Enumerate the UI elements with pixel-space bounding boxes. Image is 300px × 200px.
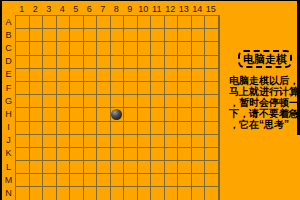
- board-cell[interactable]: [151, 174, 165, 187]
- board-cell[interactable]: [138, 16, 152, 29]
- board-cell[interactable]: [138, 29, 152, 42]
- board-cell[interactable]: [165, 95, 179, 108]
- board-cell[interactable]: [30, 95, 44, 108]
- board-cell[interactable]: [165, 161, 179, 174]
- board-cell[interactable]: [165, 56, 179, 69]
- row-label: C: [2, 41, 15, 54]
- board-cell[interactable]: [138, 56, 152, 69]
- board-cell[interactable]: [43, 95, 57, 108]
- col-label: 15: [204, 2, 218, 15]
- board-cell[interactable]: [43, 16, 57, 29]
- board-cell[interactable]: [30, 82, 44, 95]
- board-cell[interactable]: [138, 95, 152, 108]
- board-cell[interactable]: [70, 95, 84, 108]
- board-cell[interactable]: [57, 42, 71, 55]
- board-cell[interactable]: [151, 148, 165, 161]
- board-cell[interactable]: [57, 69, 71, 82]
- status-line: 电脑走棋以后，: [229, 75, 300, 86]
- board-cell[interactable]: [97, 82, 111, 95]
- board-cell[interactable]: [70, 108, 84, 121]
- board-cell[interactable]: [124, 161, 138, 174]
- gomoku-board[interactable]: [15, 15, 220, 200]
- board-cell[interactable]: [151, 187, 165, 200]
- board-cell[interactable]: [111, 135, 125, 148]
- board-cell[interactable]: [30, 56, 44, 69]
- board-cell[interactable]: [151, 82, 165, 95]
- board-cell[interactable]: [138, 187, 152, 200]
- board-cell[interactable]: [178, 187, 192, 200]
- board-cell[interactable]: [138, 69, 152, 82]
- board-cell[interactable]: [57, 148, 71, 161]
- board-cell[interactable]: [151, 42, 165, 55]
- board-cell[interactable]: [111, 174, 125, 187]
- board-cell[interactable]: [192, 29, 206, 42]
- board-cell[interactable]: [124, 42, 138, 55]
- board-cell[interactable]: [192, 95, 206, 108]
- board-cell[interactable]: [151, 122, 165, 135]
- col-label: 3: [42, 2, 56, 15]
- board-cell[interactable]: [16, 135, 30, 148]
- board-cell[interactable]: [43, 108, 57, 121]
- row-label: B: [2, 28, 15, 41]
- board-cell[interactable]: [192, 108, 206, 121]
- board-cell[interactable]: [70, 161, 84, 174]
- board-cell[interactable]: [30, 174, 44, 187]
- board-cell[interactable]: [165, 108, 179, 121]
- board-cell[interactable]: [124, 174, 138, 187]
- board-cell[interactable]: [178, 16, 192, 29]
- board-cell[interactable]: [70, 82, 84, 95]
- board-cell[interactable]: [111, 16, 125, 29]
- board-cell[interactable]: [138, 161, 152, 174]
- board-cell[interactable]: [84, 56, 98, 69]
- board-cell[interactable]: [97, 108, 111, 121]
- board-cell[interactable]: [16, 82, 30, 95]
- board-cell[interactable]: [178, 42, 192, 55]
- board-cell[interactable]: [205, 56, 219, 69]
- window-border: [297, 1, 300, 135]
- board-cell[interactable]: [178, 95, 192, 108]
- board-cell[interactable]: [178, 29, 192, 42]
- board-cell[interactable]: [192, 148, 206, 161]
- board-cell[interactable]: [165, 42, 179, 55]
- col-label: 14: [191, 2, 205, 15]
- board-cell[interactable]: [151, 135, 165, 148]
- board-cell[interactable]: [16, 29, 30, 42]
- board-cell[interactable]: [97, 135, 111, 148]
- board-cell[interactable]: [16, 174, 30, 187]
- board-cell[interactable]: [84, 122, 98, 135]
- board-cell[interactable]: [30, 16, 44, 29]
- board-cell[interactable]: [111, 122, 125, 135]
- board-cell[interactable]: [84, 82, 98, 95]
- board-cell[interactable]: [57, 122, 71, 135]
- row-label: L: [2, 160, 15, 173]
- board-cell[interactable]: [111, 148, 125, 161]
- board-cell[interactable]: [43, 42, 57, 55]
- col-label: 7: [96, 2, 110, 15]
- board-cell[interactable]: [165, 69, 179, 82]
- computer-move-button[interactable]: 电脑走棋: [238, 50, 292, 68]
- board-cell[interactable]: [192, 69, 206, 82]
- board-cell[interactable]: [16, 187, 30, 200]
- board-cell[interactable]: [124, 135, 138, 148]
- board-cell[interactable]: [97, 161, 111, 174]
- board-cell[interactable]: [43, 56, 57, 69]
- board-cell[interactable]: [57, 187, 71, 200]
- board-cell[interactable]: [57, 82, 71, 95]
- board-cell[interactable]: [70, 174, 84, 187]
- board-cell[interactable]: [97, 56, 111, 69]
- board-cell[interactable]: [84, 16, 98, 29]
- board-cell[interactable]: [192, 187, 206, 200]
- board-cell[interactable]: [84, 174, 98, 187]
- board-cell[interactable]: [16, 16, 30, 29]
- board-cell[interactable]: [70, 16, 84, 29]
- board-cell[interactable]: [138, 174, 152, 187]
- status-line: 下，请不要着急: [229, 108, 300, 119]
- row-label: E: [2, 68, 15, 81]
- board-cell[interactable]: [165, 135, 179, 148]
- board-cell[interactable]: [16, 161, 30, 174]
- board-cell[interactable]: [97, 148, 111, 161]
- row-label: I: [2, 121, 15, 134]
- board-cell[interactable]: [151, 161, 165, 174]
- board-cell[interactable]: [205, 135, 219, 148]
- board-cell[interactable]: [192, 174, 206, 187]
- col-label: 8: [110, 2, 124, 15]
- board-cell[interactable]: [178, 108, 192, 121]
- board-cell[interactable]: [151, 108, 165, 121]
- col-label: 6: [83, 2, 97, 15]
- board-cell[interactable]: [43, 122, 57, 135]
- board-cell[interactable]: [124, 95, 138, 108]
- board-cell[interactable]: [84, 95, 98, 108]
- board-cell[interactable]: [30, 69, 44, 82]
- board-cell[interactable]: [57, 174, 71, 187]
- board-cell[interactable]: [205, 69, 219, 82]
- board-cell[interactable]: [97, 174, 111, 187]
- board-cell[interactable]: [138, 148, 152, 161]
- board-cell[interactable]: [192, 161, 206, 174]
- board-cell[interactable]: [111, 69, 125, 82]
- board-cell[interactable]: [165, 29, 179, 42]
- board-cell[interactable]: [138, 135, 152, 148]
- board-cell[interactable]: [97, 122, 111, 135]
- board-cell[interactable]: [16, 108, 30, 121]
- board-cell[interactable]: [57, 135, 71, 148]
- row-label: A: [2, 15, 15, 28]
- board-cell[interactable]: [97, 95, 111, 108]
- board-cell[interactable]: [30, 135, 44, 148]
- board-cell[interactable]: [124, 56, 138, 69]
- board-cell[interactable]: [84, 69, 98, 82]
- board-cell[interactable]: [124, 29, 138, 42]
- col-label: 2: [29, 2, 43, 15]
- board-cell[interactable]: [70, 69, 84, 82]
- board-cell[interactable]: [70, 56, 84, 69]
- board-cell[interactable]: [84, 161, 98, 174]
- status-line: ，它在“思考”: [229, 119, 300, 130]
- board-cell[interactable]: [70, 187, 84, 200]
- board-cell[interactable]: [111, 56, 125, 69]
- board-cell[interactable]: [178, 82, 192, 95]
- board-cell[interactable]: [192, 56, 206, 69]
- board-cell[interactable]: [205, 95, 219, 108]
- board-cell[interactable]: [70, 135, 84, 148]
- board-cell[interactable]: [178, 56, 192, 69]
- board-cell[interactable]: [205, 16, 219, 29]
- board-cell[interactable]: [57, 16, 71, 29]
- board-cell[interactable]: [70, 29, 84, 42]
- board-cell[interactable]: [30, 161, 44, 174]
- board-cell[interactable]: [16, 42, 30, 55]
- board-cell[interactable]: [151, 56, 165, 69]
- board-cell[interactable]: [16, 148, 30, 161]
- board-cell[interactable]: [178, 161, 192, 174]
- board-cell[interactable]: [97, 69, 111, 82]
- board-cell[interactable]: [192, 42, 206, 55]
- board-cell[interactable]: [84, 148, 98, 161]
- board-cell[interactable]: [43, 174, 57, 187]
- row-label: M: [2, 173, 15, 186]
- row-label: G: [2, 94, 15, 107]
- board-cell[interactable]: [43, 135, 57, 148]
- board-cell[interactable]: [30, 148, 44, 161]
- board-cell[interactable]: [84, 108, 98, 121]
- board-cell[interactable]: [57, 56, 71, 69]
- board-cell[interactable]: [111, 82, 125, 95]
- board-cell[interactable]: [124, 16, 138, 29]
- board-cell[interactable]: [30, 42, 44, 55]
- board-cell[interactable]: [30, 122, 44, 135]
- board-cell[interactable]: [30, 187, 44, 200]
- board-cell[interactable]: [111, 29, 125, 42]
- board-cell[interactable]: [97, 16, 111, 29]
- col-label: 12: [164, 2, 178, 15]
- board-cell[interactable]: [124, 187, 138, 200]
- board-cell[interactable]: [57, 161, 71, 174]
- board-cell[interactable]: [192, 135, 206, 148]
- board-cell[interactable]: [165, 122, 179, 135]
- board-cell[interactable]: [178, 174, 192, 187]
- col-label: 4: [56, 2, 70, 15]
- row-label: F: [2, 81, 15, 94]
- board-cell[interactable]: [16, 95, 30, 108]
- board-cell[interactable]: [138, 42, 152, 55]
- status-message: 电脑走棋以后，马上就进行计算，暂时会停顿一下，请不要着急，它在“思考”: [229, 75, 300, 130]
- board-cell[interactable]: [111, 108, 125, 121]
- board-cell[interactable]: [124, 148, 138, 161]
- board-cell[interactable]: [165, 187, 179, 200]
- board-cell[interactable]: [165, 148, 179, 161]
- column-labels: 123456789101112131415: [15, 2, 218, 15]
- board-cell[interactable]: [124, 122, 138, 135]
- board-cell[interactable]: [16, 56, 30, 69]
- board-cell[interactable]: [84, 135, 98, 148]
- board-cell[interactable]: [57, 29, 71, 42]
- board-cell[interactable]: [151, 69, 165, 82]
- col-label: 1: [15, 2, 29, 15]
- board-cell[interactable]: [165, 174, 179, 187]
- board-cell[interactable]: [30, 29, 44, 42]
- board-cell[interactable]: [192, 16, 206, 29]
- gomoku-app: 123456789101112131415 ABCDEFGHIJKLMN 电脑走…: [0, 0, 300, 200]
- board-cell[interactable]: [205, 148, 219, 161]
- board-cell[interactable]: [84, 187, 98, 200]
- black-stone: [111, 109, 122, 120]
- board-cell[interactable]: [124, 108, 138, 121]
- board-cell[interactable]: [70, 122, 84, 135]
- board-cell[interactable]: [43, 161, 57, 174]
- board-cell[interactable]: [111, 95, 125, 108]
- board-cell[interactable]: [205, 82, 219, 95]
- status-line: 马上就进行计算: [229, 86, 300, 97]
- board-cell[interactable]: [16, 69, 30, 82]
- row-label: K: [2, 147, 15, 160]
- board-cell[interactable]: [111, 187, 125, 200]
- board-cell[interactable]: [178, 122, 192, 135]
- board-cell[interactable]: [43, 69, 57, 82]
- board-cell[interactable]: [138, 108, 152, 121]
- board-cell[interactable]: [97, 29, 111, 42]
- board-cell[interactable]: [205, 29, 219, 42]
- board-cell[interactable]: [138, 122, 152, 135]
- board-cell[interactable]: [16, 122, 30, 135]
- row-label: D: [2, 55, 15, 68]
- board-cell[interactable]: [43, 187, 57, 200]
- board-cell[interactable]: [192, 82, 206, 95]
- board-cell[interactable]: [43, 29, 57, 42]
- board-cell[interactable]: [205, 187, 219, 200]
- col-label: 11: [150, 2, 164, 15]
- board-cell[interactable]: [111, 42, 125, 55]
- col-label: 13: [177, 2, 191, 15]
- row-label: N: [2, 186, 15, 199]
- board-cell[interactable]: [30, 108, 44, 121]
- row-label: J: [2, 134, 15, 147]
- board-cell[interactable]: [43, 148, 57, 161]
- board-cell[interactable]: [165, 16, 179, 29]
- board-cell[interactable]: [151, 29, 165, 42]
- col-label: 5: [69, 2, 83, 15]
- board-cell[interactable]: [192, 122, 206, 135]
- board-cell[interactable]: [97, 187, 111, 200]
- board-cell[interactable]: [138, 82, 152, 95]
- board-cell[interactable]: [84, 29, 98, 42]
- board-cell[interactable]: [124, 69, 138, 82]
- board-cell[interactable]: [124, 82, 138, 95]
- board-cell[interactable]: [205, 161, 219, 174]
- board-cell[interactable]: [97, 42, 111, 55]
- board-cell[interactable]: [151, 95, 165, 108]
- status-line: ，暂时会停顿一: [229, 97, 300, 108]
- board-cell[interactable]: [178, 69, 192, 82]
- row-labels: ABCDEFGHIJKLMN: [2, 15, 15, 200]
- row-label: H: [2, 107, 15, 120]
- board-cell[interactable]: [205, 42, 219, 55]
- board-cell[interactable]: [205, 108, 219, 121]
- board-cell[interactable]: [178, 148, 192, 161]
- board-cell[interactable]: [70, 42, 84, 55]
- board-cell[interactable]: [43, 82, 57, 95]
- board-cell[interactable]: [205, 174, 219, 187]
- board-cell[interactable]: [151, 16, 165, 29]
- board-cell[interactable]: [205, 122, 219, 135]
- col-label: 9: [123, 2, 137, 15]
- board-cell[interactable]: [178, 135, 192, 148]
- board-cell[interactable]: [111, 161, 125, 174]
- board-cell[interactable]: [84, 42, 98, 55]
- board-cell[interactable]: [70, 148, 84, 161]
- board-cell[interactable]: [57, 108, 71, 121]
- board-cell[interactable]: [57, 95, 71, 108]
- col-label: 10: [137, 2, 151, 15]
- board-cell[interactable]: [165, 82, 179, 95]
